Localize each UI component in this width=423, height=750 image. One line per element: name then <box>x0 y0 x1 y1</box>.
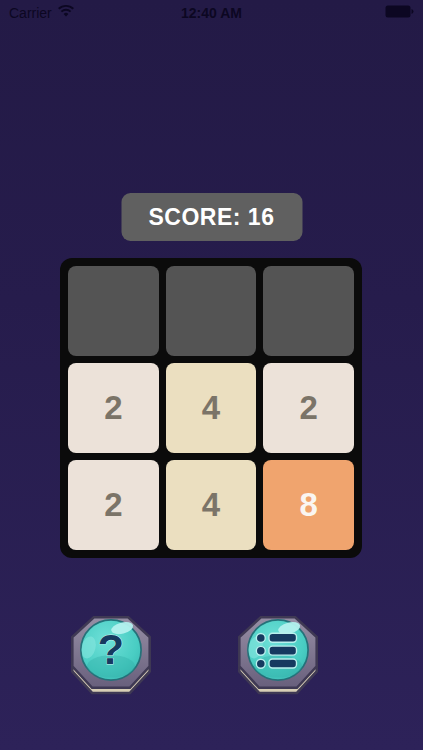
empty-cell <box>263 266 354 356</box>
wifi-icon <box>57 4 75 21</box>
question-mark-icon: ? <box>68 614 154 698</box>
list-icon <box>235 614 321 698</box>
tile-2: 2 <box>68 363 159 453</box>
help-button[interactable]: ? <box>68 614 154 698</box>
battery-icon <box>385 5 414 21</box>
score-badge: SCORE: 16 <box>121 193 302 241</box>
tile-2: 2 <box>263 363 354 453</box>
game-screen: Carrier 12:40 AM SCORE: 16 242248 <box>0 0 423 750</box>
tile-4: 4 <box>166 363 257 453</box>
svg-text:?: ? <box>98 625 124 673</box>
empty-cell <box>166 266 257 356</box>
tile-2: 2 <box>68 460 159 550</box>
tile-4: 4 <box>166 460 257 550</box>
game-board[interactable]: 242248 <box>60 258 362 558</box>
status-bar: Carrier 12:40 AM <box>0 0 423 25</box>
score-text: SCORE: 16 <box>149 204 275 231</box>
empty-cell <box>68 266 159 356</box>
carrier-label: Carrier <box>9 5 52 21</box>
tile-8: 8 <box>263 460 354 550</box>
menu-button[interactable] <box>235 614 321 698</box>
